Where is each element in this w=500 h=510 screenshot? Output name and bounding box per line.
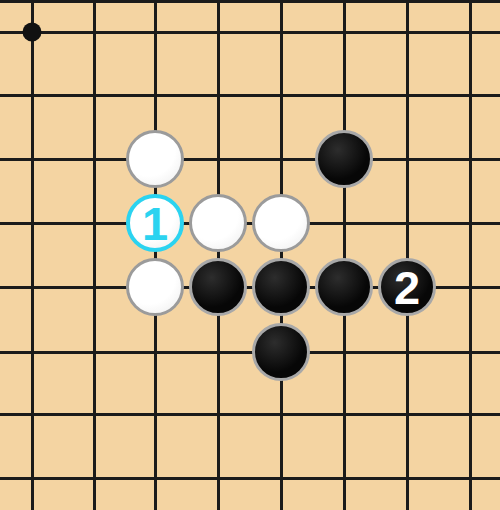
stone-black bbox=[252, 258, 310, 316]
go-board[interactable]: 12 bbox=[0, 0, 500, 510]
grid-line-horizontal-partial bbox=[0, 0, 500, 3]
stone-white-highlighted: 1 bbox=[126, 194, 184, 252]
grid-line-horizontal bbox=[0, 31, 500, 34]
stone-black bbox=[189, 258, 247, 316]
grid-line-vertical bbox=[93, 0, 96, 510]
grid-line-vertical bbox=[343, 0, 346, 510]
grid-line-horizontal bbox=[0, 477, 500, 480]
stone-black bbox=[315, 258, 373, 316]
grid-line-vertical bbox=[217, 0, 220, 510]
stone-black: 2 bbox=[378, 258, 436, 316]
stone-white bbox=[126, 130, 184, 188]
grid-line-vertical bbox=[469, 0, 472, 510]
stone-white bbox=[126, 258, 184, 316]
grid-line-horizontal bbox=[0, 158, 500, 161]
grid-line-horizontal bbox=[0, 222, 500, 225]
grid-line-horizontal bbox=[0, 351, 500, 354]
grid-line-horizontal bbox=[0, 413, 500, 416]
grid-line-horizontal bbox=[0, 94, 500, 97]
stone-black bbox=[252, 323, 310, 381]
stone-black bbox=[315, 130, 373, 188]
grid-line-vertical bbox=[154, 0, 157, 510]
move-number-label: 1 bbox=[142, 200, 168, 247]
grid-line-vertical bbox=[406, 0, 409, 510]
grid-line-vertical bbox=[31, 0, 34, 510]
stone-white bbox=[189, 194, 247, 252]
stone-white bbox=[252, 194, 310, 252]
star-point bbox=[23, 23, 42, 42]
move-number-label: 2 bbox=[394, 264, 420, 311]
grid-line-vertical bbox=[280, 0, 283, 510]
